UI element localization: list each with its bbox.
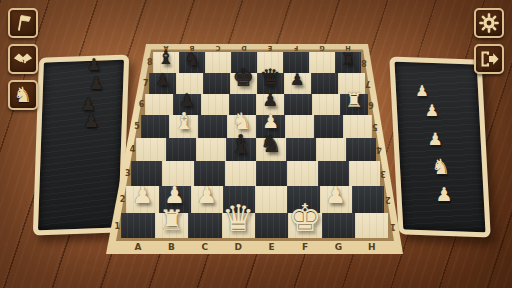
file-label-top-D: D (241, 44, 246, 52)
file-label-bottom-H: H (368, 242, 376, 252)
rank-label-right-5: 5 (372, 122, 378, 131)
square-f5[interactable] (285, 115, 314, 138)
square-b4[interactable] (166, 138, 196, 162)
square-e1[interactable] (255, 213, 288, 239)
square-h5[interactable] (343, 115, 372, 138)
square-c7[interactable] (203, 73, 230, 94)
square-c5[interactable] (198, 115, 227, 138)
exit-button[interactable] (474, 44, 504, 74)
handshake-icon (13, 49, 33, 69)
white-rook-b1[interactable]: ♜ (159, 207, 184, 235)
resign-flag-button[interactable] (8, 8, 38, 38)
rank-label-left-7: 7 (143, 79, 149, 88)
square-e2[interactable] (255, 186, 287, 213)
rank-label-left-5: 5 (134, 122, 140, 131)
file-label-bottom-A: A (135, 242, 142, 252)
captured-white-knight: ♞ (432, 157, 451, 178)
square-c1[interactable] (188, 213, 221, 239)
square-a4[interactable] (136, 138, 166, 162)
file-label-bottom-C: C (201, 242, 208, 252)
black-queen-e7[interactable]: ♛ (260, 67, 281, 91)
captured-white-pawn: ♟ (415, 84, 428, 99)
rank-label-right-8: 8 (361, 58, 367, 67)
captured-black-pawn: ♟ (87, 57, 101, 73)
square-c8[interactable] (205, 52, 231, 73)
file-label-top-G: G (319, 44, 324, 52)
knight-icon: ♞ (14, 85, 33, 106)
settings-button[interactable] (474, 8, 504, 38)
square-f6[interactable] (284, 94, 312, 116)
square-h1[interactable] (355, 213, 388, 239)
white-king-f1[interactable]: ♚ (288, 200, 322, 238)
file-label-bottom-B: B (168, 242, 175, 252)
square-h3[interactable] (349, 161, 380, 186)
square-a5[interactable] (141, 115, 170, 138)
square-d3[interactable] (225, 161, 256, 186)
square-g8[interactable] (309, 52, 335, 73)
rank-label-right-6: 6 (369, 100, 375, 109)
captured-black-pawn: ♟ (83, 112, 99, 130)
square-g7[interactable] (311, 73, 338, 94)
white-pawn-g2[interactable]: ♟ (325, 183, 346, 206)
black-bishop-d4[interactable]: ♝ (230, 132, 253, 157)
offer-draw-button[interactable] (8, 44, 38, 74)
file-label-bottom-G: G (335, 242, 342, 252)
black-pawn-e6[interactable]: ♟ (263, 92, 279, 109)
square-h2[interactable] (352, 186, 384, 213)
black-pawn-f7[interactable]: ♟ (290, 72, 304, 88)
exit-arrow-icon (479, 49, 499, 69)
rank-label-left-1: 1 (114, 222, 120, 231)
file-label-top-E: E (268, 44, 272, 52)
square-e3[interactable] (256, 161, 287, 186)
file-label-bottom-F: F (302, 242, 308, 252)
square-f4[interactable] (286, 138, 316, 162)
square-g4[interactable] (316, 138, 346, 162)
chess-app-screen: ABCDEFGHABCDEFGH8765432187654321 ♝♞♜♟♚♛♟… (0, 0, 512, 288)
board-rank-4 (136, 138, 375, 162)
square-h4[interactable] (346, 138, 376, 162)
black-king-d7[interactable]: ♚ (232, 66, 254, 90)
captured-black-pawn: ♟ (88, 75, 103, 92)
rank-label-left-8: 8 (147, 58, 153, 67)
captured-white-pawn: ♟ (435, 185, 452, 204)
black-rook-h8[interactable]: ♜ (341, 51, 356, 68)
rank-label-left-3: 3 (125, 169, 131, 178)
square-g6[interactable] (312, 94, 340, 116)
white-pawn-a2[interactable]: ♟ (132, 183, 153, 206)
file-label-top-C: C (216, 44, 221, 52)
file-label-top-F: F (294, 44, 298, 52)
rank-label-right-1: 1 (390, 222, 396, 231)
rank-label-right-3: 3 (381, 169, 387, 178)
piece-knight-button[interactable]: ♞ (8, 80, 38, 110)
captured-white-pawn: ♟ (427, 131, 442, 148)
white-bishop-b5[interactable]: ♝ (173, 110, 194, 134)
rank-label-left-4: 4 (130, 145, 136, 154)
black-knight-b8[interactable]: ♞ (184, 50, 200, 68)
black-bishop-a8[interactable]: ♝ (158, 49, 175, 68)
square-f3[interactable] (287, 161, 318, 186)
file-label-bottom-D: D (234, 242, 241, 252)
rank-label-right-4: 4 (376, 145, 382, 154)
rank-label-left-6: 6 (139, 100, 145, 109)
flag-icon (13, 13, 33, 33)
square-g1[interactable] (322, 213, 355, 239)
captured-white-pawn: ♟ (425, 103, 439, 119)
file-label-bottom-E: E (269, 242, 275, 252)
rank-label-right-7: 7 (365, 79, 371, 88)
black-pawn-a7[interactable]: ♟ (155, 72, 169, 88)
white-rook-h6[interactable]: ♜ (345, 91, 363, 111)
square-g5[interactable] (314, 115, 343, 138)
rank-label-right-2: 2 (385, 195, 391, 204)
square-a1[interactable] (121, 213, 154, 239)
square-a6[interactable] (145, 94, 173, 116)
square-c6[interactable] (201, 94, 229, 116)
square-c4[interactable] (196, 138, 226, 162)
white-queen-d1[interactable]: ♛ (222, 201, 255, 238)
white-pawn-c2[interactable]: ♟ (197, 183, 218, 206)
black-knight-e4[interactable]: ♞ (260, 132, 282, 157)
rank-label-left-2: 2 (120, 195, 126, 204)
gear-icon (479, 13, 499, 33)
